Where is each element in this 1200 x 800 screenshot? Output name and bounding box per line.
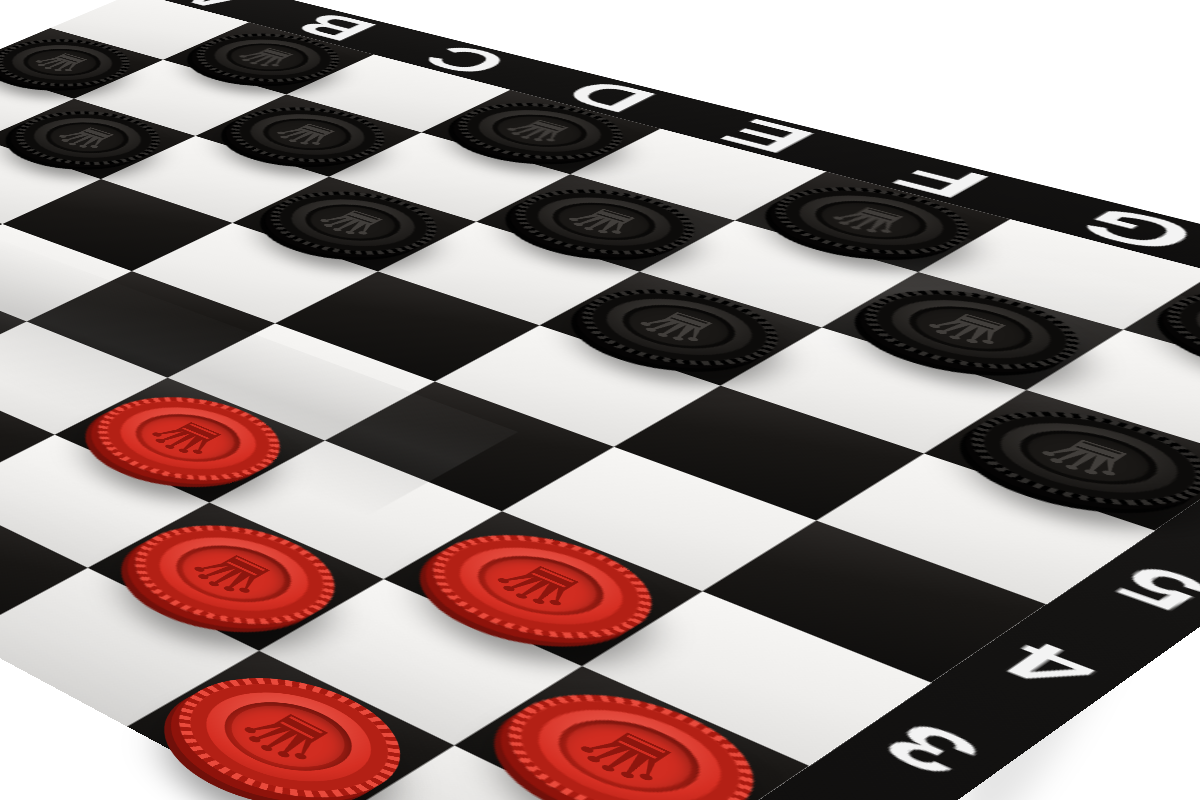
mat: ABCDEFGH 87654321 ♛♛♛♛♛♛♛♛♛♛♛♛♛♛♛♛♛ <box>0 0 1200 800</box>
photo-backdrop: ABCDEFGH 87654321 ♛♛♛♛♛♛♛♛♛♛♛♛♛♛♛♛♛ <box>0 0 1200 800</box>
